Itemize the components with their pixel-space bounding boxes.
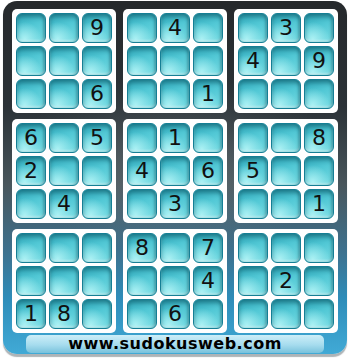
cell-r3c4[interactable]	[127, 79, 157, 109]
cell-r7c6[interactable]: 7	[193, 233, 223, 263]
cell-r7c5[interactable]	[160, 233, 190, 263]
box-r1c3: 349	[234, 9, 338, 113]
cell-r7c9[interactable]	[304, 233, 334, 263]
cell-r9c9[interactable]	[304, 299, 334, 329]
cell-r9c3[interactable]	[82, 299, 112, 329]
cell-r9c1[interactable]: 1	[16, 299, 46, 329]
cell-r7c7[interactable]	[238, 233, 268, 263]
cell-r1c5[interactable]: 4	[160, 13, 190, 43]
cell-r3c8[interactable]	[271, 79, 301, 109]
cell-r3c5[interactable]	[160, 79, 190, 109]
cell-r8c8[interactable]: 2	[271, 266, 301, 296]
cell-r3c3[interactable]: 6	[82, 79, 112, 109]
box-r3c3: 2	[234, 229, 338, 333]
cell-r6c7[interactable]	[238, 189, 268, 219]
cell-r5c8[interactable]	[271, 156, 301, 186]
cell-r4c3[interactable]: 5	[82, 123, 112, 153]
cell-r5c6[interactable]: 6	[193, 156, 223, 186]
cell-r6c6[interactable]	[193, 189, 223, 219]
cell-r4c8[interactable]	[271, 123, 301, 153]
box-r1c2: 41	[123, 9, 227, 113]
cell-r3c2[interactable]	[49, 79, 79, 109]
cell-r3c9[interactable]	[304, 79, 334, 109]
cell-r7c8[interactable]	[271, 233, 301, 263]
cell-r2c6[interactable]	[193, 46, 223, 76]
cell-r2c5[interactable]	[160, 46, 190, 76]
cell-r3c1[interactable]	[16, 79, 46, 109]
box-r2c1: 6524	[12, 119, 116, 223]
cell-r6c4[interactable]	[127, 189, 157, 219]
cell-r5c3[interactable]	[82, 156, 112, 186]
cell-r3c7[interactable]	[238, 79, 268, 109]
cell-r1c8[interactable]: 3	[271, 13, 301, 43]
cell-r2c3[interactable]	[82, 46, 112, 76]
cell-r2c7[interactable]: 4	[238, 46, 268, 76]
cell-r5c4[interactable]: 4	[127, 156, 157, 186]
cell-r8c6[interactable]: 4	[193, 266, 223, 296]
cell-r6c2[interactable]: 4	[49, 189, 79, 219]
footer-bar: www.sudokusweb.com	[12, 333, 338, 354]
box-r1c1: 96	[12, 9, 116, 113]
cell-r8c7[interactable]	[238, 266, 268, 296]
cell-r1c3[interactable]: 9	[82, 13, 112, 43]
cell-r1c4[interactable]	[127, 13, 157, 43]
box-r2c2: 1463	[123, 119, 227, 223]
footer-band: www.sudokusweb.com	[26, 335, 324, 353]
cell-r2c2[interactable]	[49, 46, 79, 76]
sudoku-board: 9641349652414638511887462	[12, 9, 338, 333]
cell-r2c1[interactable]	[16, 46, 46, 76]
cell-r9c5[interactable]: 6	[160, 299, 190, 329]
cell-r6c1[interactable]	[16, 189, 46, 219]
cell-r2c8[interactable]	[271, 46, 301, 76]
cell-r1c9[interactable]	[304, 13, 334, 43]
cell-r9c7[interactable]	[238, 299, 268, 329]
cell-r7c4[interactable]: 8	[127, 233, 157, 263]
cell-r8c3[interactable]	[82, 266, 112, 296]
box-r2c3: 851	[234, 119, 338, 223]
cell-r2c9[interactable]: 9	[304, 46, 334, 76]
box-r3c1: 18	[12, 229, 116, 333]
cell-r4c1[interactable]: 6	[16, 123, 46, 153]
cell-r8c2[interactable]	[49, 266, 79, 296]
sudoku-app-frame: 9641349652414638511887462 www.sudokusweb…	[3, 1, 347, 354]
cell-r6c3[interactable]	[82, 189, 112, 219]
cell-r2c4[interactable]	[127, 46, 157, 76]
cell-r4c6[interactable]	[193, 123, 223, 153]
cell-r7c3[interactable]	[82, 233, 112, 263]
cell-r8c1[interactable]	[16, 266, 46, 296]
cell-r5c2[interactable]	[49, 156, 79, 186]
cell-r5c5[interactable]	[160, 156, 190, 186]
cell-r5c7[interactable]: 5	[238, 156, 268, 186]
cell-r6c9[interactable]: 1	[304, 189, 334, 219]
cell-r4c5[interactable]: 1	[160, 123, 190, 153]
cell-r9c8[interactable]	[271, 299, 301, 329]
cell-r5c1[interactable]: 2	[16, 156, 46, 186]
cell-r9c2[interactable]: 8	[49, 299, 79, 329]
site-link[interactable]: www.sudokusweb.com	[68, 334, 282, 353]
cell-r6c8[interactable]	[271, 189, 301, 219]
cell-r9c6[interactable]	[193, 299, 223, 329]
cell-r7c2[interactable]	[49, 233, 79, 263]
cell-r3c6[interactable]: 1	[193, 79, 223, 109]
cell-r1c2[interactable]	[49, 13, 79, 43]
cell-r1c1[interactable]	[16, 13, 46, 43]
cell-r8c4[interactable]	[127, 266, 157, 296]
box-r3c2: 8746	[123, 229, 227, 333]
cell-r4c2[interactable]	[49, 123, 79, 153]
cell-r8c9[interactable]	[304, 266, 334, 296]
cell-r4c7[interactable]	[238, 123, 268, 153]
cell-r4c4[interactable]	[127, 123, 157, 153]
cell-r9c4[interactable]	[127, 299, 157, 329]
cell-r1c6[interactable]	[193, 13, 223, 43]
cell-r6c5[interactable]: 3	[160, 189, 190, 219]
cell-r1c7[interactable]	[238, 13, 268, 43]
cell-r8c5[interactable]	[160, 266, 190, 296]
cell-r5c9[interactable]	[304, 156, 334, 186]
cell-r7c1[interactable]	[16, 233, 46, 263]
cell-r4c9[interactable]: 8	[304, 123, 334, 153]
